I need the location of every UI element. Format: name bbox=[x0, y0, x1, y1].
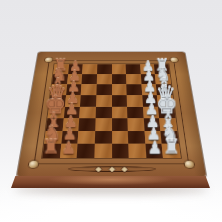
square-r4c4 bbox=[111, 106, 127, 118]
photo-background: ♜♟♟♜♞♟♟♞♝♟♟♝♛♟♟♛♚♟♟♚♝♟♟♝♞♟♟♞♜♟♟♜ bbox=[0, 0, 222, 222]
square-r2c4 bbox=[111, 84, 126, 95]
square-r7c1: ♟ bbox=[59, 144, 77, 158]
front-border-inlay bbox=[67, 165, 156, 172]
square-r3c3 bbox=[95, 95, 111, 106]
square-r7c3 bbox=[94, 144, 111, 158]
square-r0c3 bbox=[96, 64, 111, 74]
square-r1c3 bbox=[96, 74, 111, 84]
square-r7c4 bbox=[111, 144, 128, 158]
square-r0c4 bbox=[111, 64, 126, 74]
chess-piece-copper-pawn: ♟ bbox=[50, 140, 85, 157]
square-r6c4 bbox=[111, 130, 128, 143]
square-r5c4 bbox=[111, 118, 127, 131]
board-front-edge bbox=[11, 176, 210, 188]
square-r6c3 bbox=[94, 130, 111, 143]
square-r5c3 bbox=[95, 118, 111, 131]
chess-piece-silver-rook: ♜ bbox=[154, 137, 189, 157]
chessboard: ♜♟♟♜♞♟♟♞♝♟♟♝♛♟♟♛♚♟♟♚♝♟♟♝♞♟♟♞♜♟♟♜ bbox=[16, 52, 205, 177]
board-grid: ♜♟♟♜♞♟♟♞♝♟♟♝♛♟♟♛♚♟♟♚♝♟♟♝♞♟♟♞♜♟♟♜ bbox=[42, 64, 180, 158]
square-r7c7: ♜ bbox=[162, 144, 181, 158]
square-r3c4 bbox=[111, 95, 127, 106]
square-r1c4 bbox=[111, 74, 126, 84]
square-r4c3 bbox=[95, 106, 111, 118]
square-r2c3 bbox=[96, 84, 111, 95]
